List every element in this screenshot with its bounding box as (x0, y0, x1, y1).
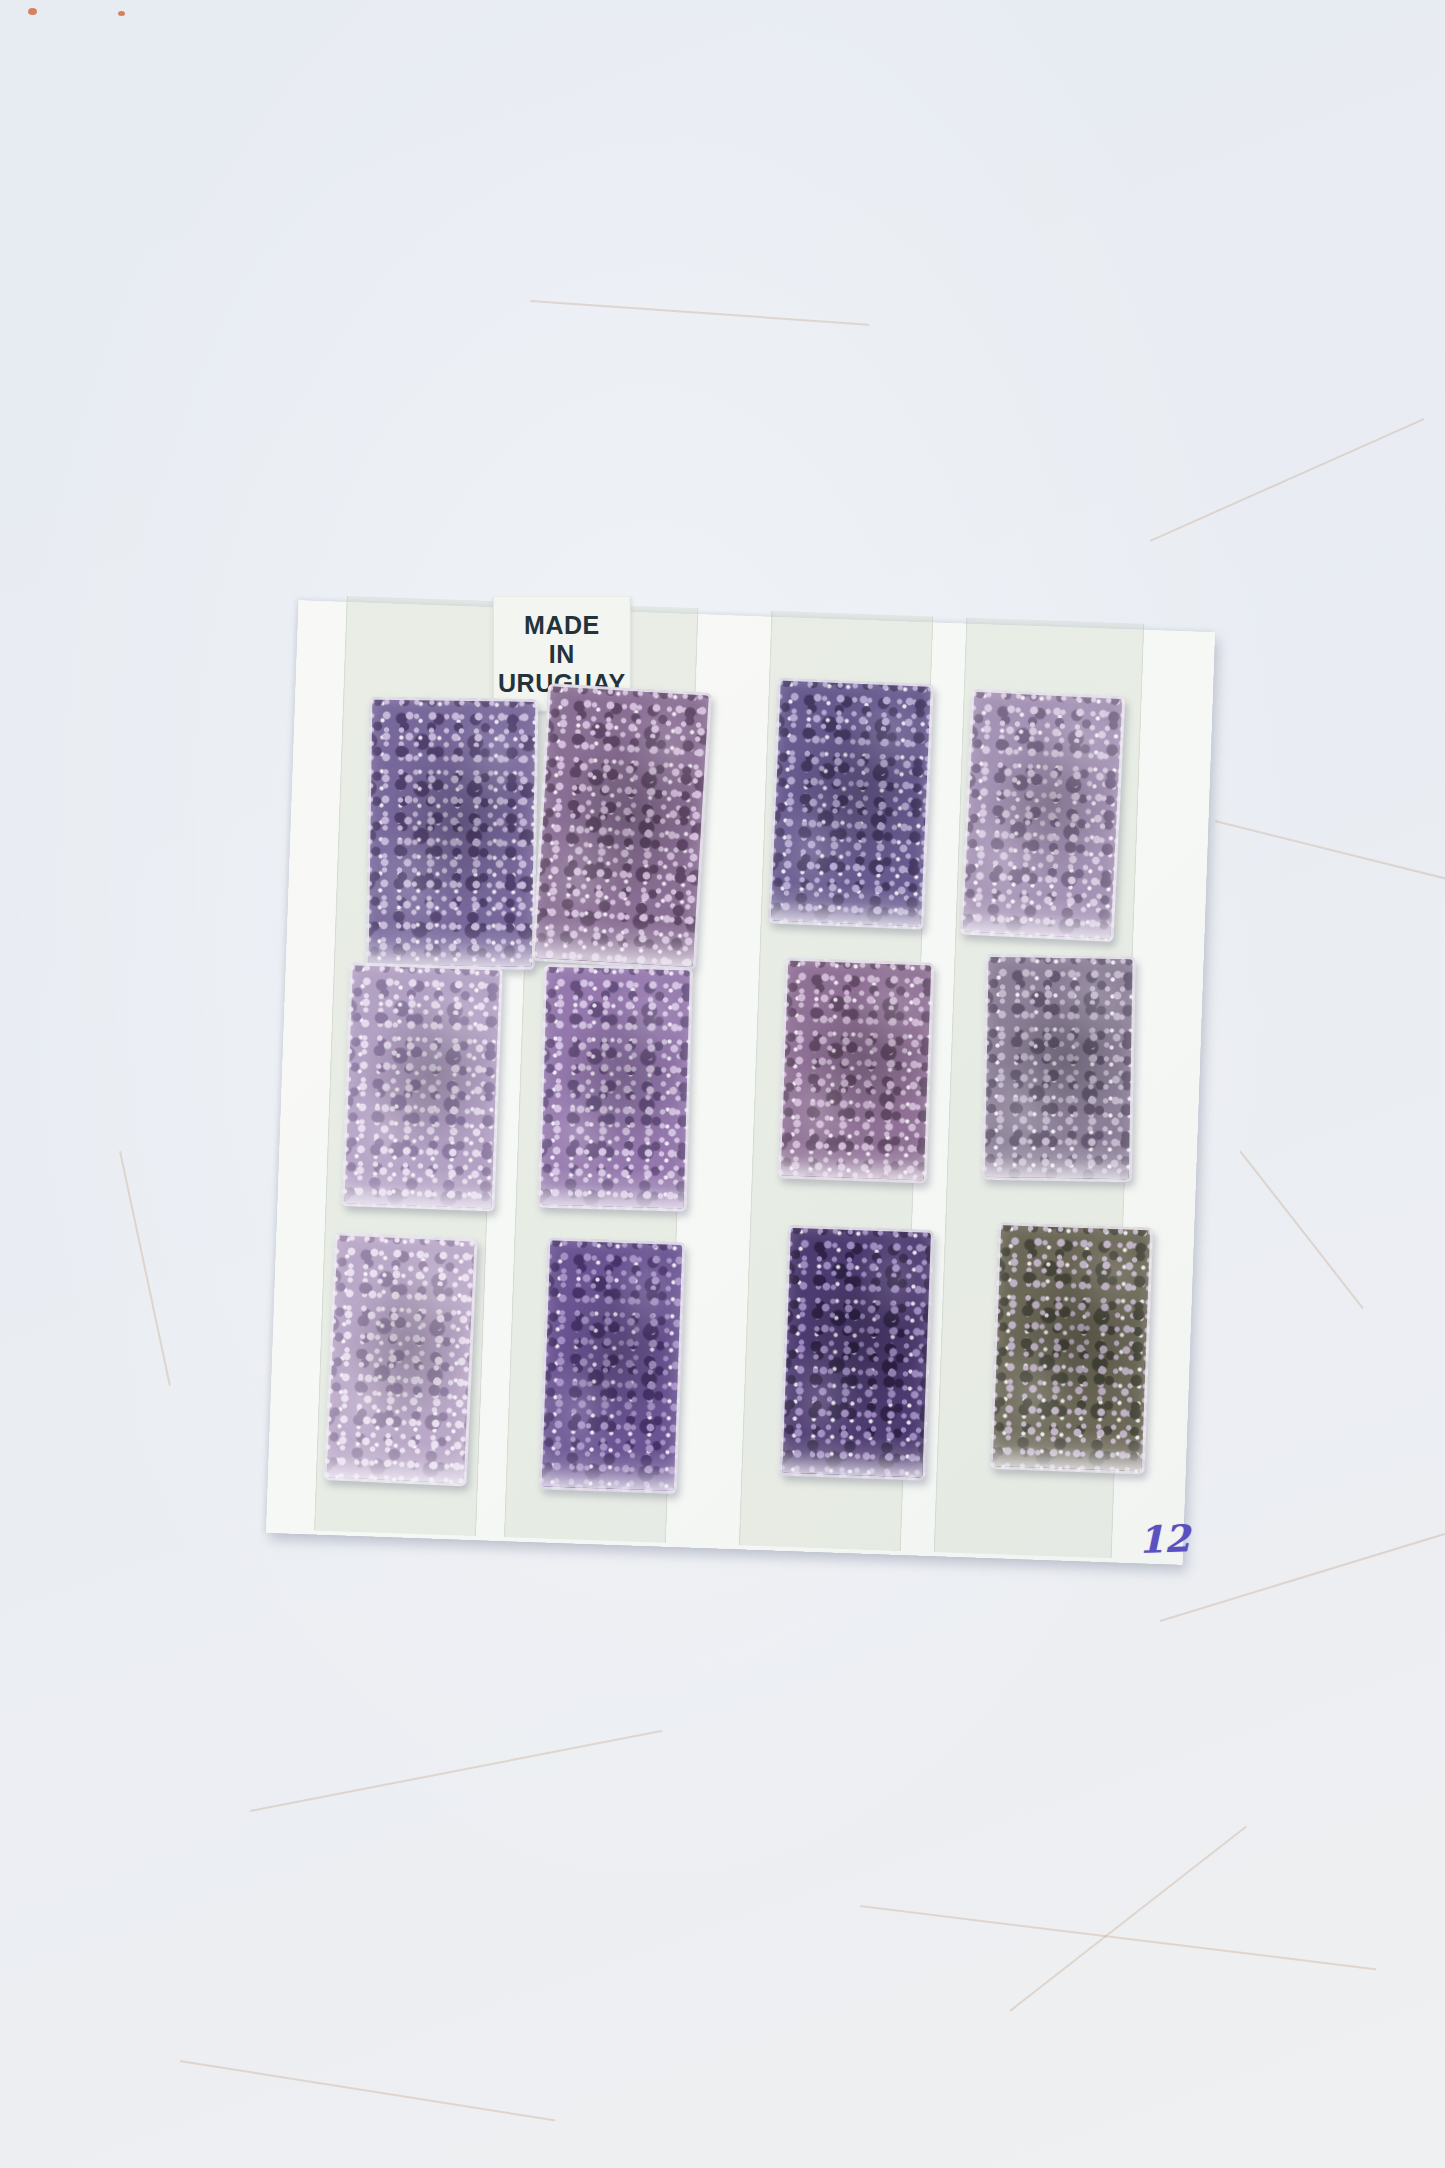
paint-speck (118, 11, 125, 16)
amethyst-specimen-r2c3 (778, 957, 935, 1183)
scratch-line (180, 2060, 556, 2121)
scratch-line (1150, 418, 1425, 542)
photo-amethyst-card: MADE IN URUGUAY 12 (0, 0, 1445, 2168)
scratch-line (1009, 1826, 1247, 2012)
amethyst-specimen-r1c4 (960, 689, 1126, 942)
scratch-line (1215, 820, 1445, 880)
paint-speck (28, 8, 37, 15)
label-line-2: IN (549, 640, 575, 667)
amethyst-specimen-r1c2 (532, 683, 712, 970)
label-line-1: MADE (524, 611, 600, 638)
handwritten-count: 12 (1138, 1516, 1191, 1562)
white-card: MADE IN URUGUAY 12 (266, 600, 1215, 1564)
amethyst-specimen-r2c4 (982, 954, 1136, 1183)
amethyst-specimen-r1c1 (366, 697, 539, 970)
scratch-line (860, 1905, 1376, 1970)
scratch-line (119, 1151, 171, 1386)
amethyst-specimen-r2c2 (538, 964, 693, 1212)
amethyst-specimen-r3c1 (324, 1232, 478, 1486)
scratch-line (1239, 1150, 1364, 1309)
amethyst-specimen-r1c3 (768, 678, 934, 930)
amethyst-specimen-r3c2 (539, 1237, 686, 1494)
amethyst-specimen-r3c3 (779, 1225, 934, 1481)
amethyst-specimen-r2c1 (341, 962, 502, 1211)
amethyst-specimen-r3c4 (990, 1222, 1154, 1474)
scratch-line (530, 300, 869, 326)
scratch-line (1160, 1524, 1445, 1622)
scratch-line (250, 1730, 663, 1812)
